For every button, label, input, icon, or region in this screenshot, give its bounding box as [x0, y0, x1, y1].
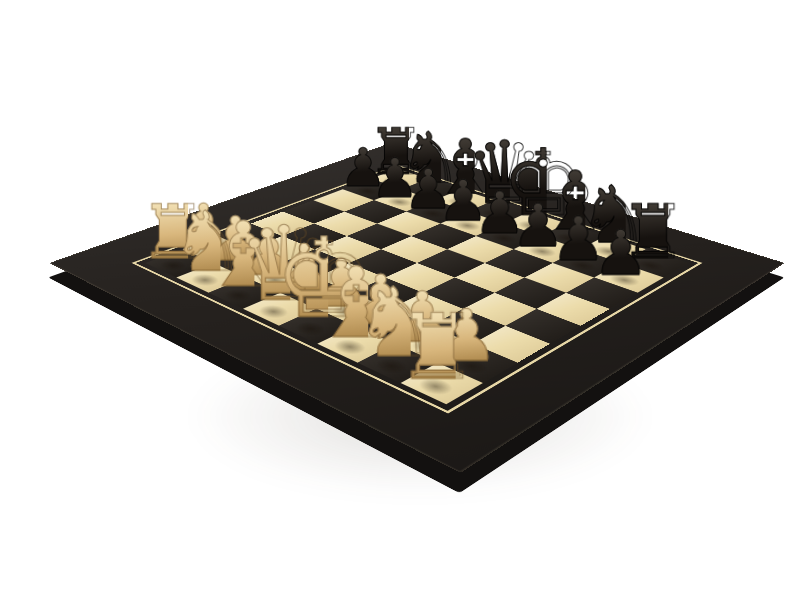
chess-set-photo: ♜♞♝♛♚♝♞♜♟♟♟♟♟♟♟♟♟♟♟♟♟♟♟♟♜♞♝♛♚♝♞♜: [0, 0, 800, 600]
white-rook: ♜: [397, 301, 456, 392]
black-pawn: ♟: [593, 222, 643, 284]
